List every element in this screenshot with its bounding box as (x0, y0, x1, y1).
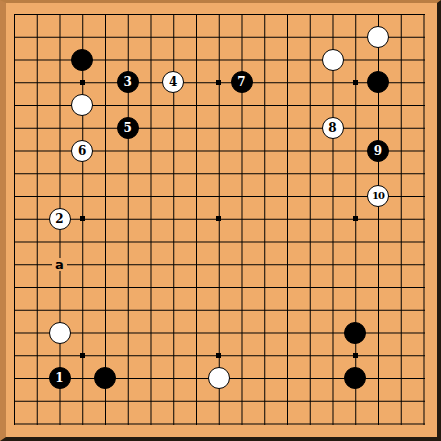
move-number: 5 (124, 122, 132, 134)
move-6-stone-white: 6 (71, 140, 93, 162)
move-number: 10 (372, 191, 384, 201)
move-9-stone-black: 9 (367, 140, 389, 162)
move-1-stone-black: 1 (49, 367, 71, 389)
move-8-stone-white: 8 (322, 117, 344, 139)
move-number: 7 (237, 76, 245, 88)
move-number: 6 (78, 145, 86, 157)
stone-white (208, 367, 230, 389)
stone-white (367, 26, 389, 48)
star-point (80, 353, 85, 358)
stone-white (49, 322, 71, 344)
move-7-stone-black: 7 (231, 71, 253, 93)
stone-grid: 12345678910a (3, 3, 435, 435)
stone-black (367, 71, 389, 93)
board-label-a: a (52, 258, 67, 271)
star-point (80, 216, 85, 221)
stone-white (322, 49, 344, 71)
move-number: 2 (55, 213, 63, 225)
star-point (353, 80, 358, 85)
move-5-stone-black: 5 (117, 117, 139, 139)
star-point (80, 80, 85, 85)
stone-black (344, 322, 366, 344)
stone-black (94, 367, 116, 389)
move-number: 3 (124, 76, 132, 88)
move-number: 8 (328, 122, 336, 134)
move-10-stone-white: 10 (367, 185, 389, 207)
star-point (216, 80, 221, 85)
board-surface: 12345678910a (6, 3, 437, 437)
star-point (216, 216, 221, 221)
stone-black (344, 367, 366, 389)
star-point (353, 353, 358, 358)
stone-black (71, 49, 93, 71)
move-2-stone-white: 2 (49, 208, 71, 230)
move-number: 9 (374, 145, 382, 157)
move-number: 1 (55, 372, 63, 384)
go-board: 12345678910a (0, 0, 441, 441)
stone-white (71, 94, 93, 116)
move-4-stone-white: 4 (162, 71, 184, 93)
star-point (216, 353, 221, 358)
move-number: 4 (169, 76, 177, 88)
star-point (353, 216, 358, 221)
move-3-stone-black: 3 (117, 71, 139, 93)
